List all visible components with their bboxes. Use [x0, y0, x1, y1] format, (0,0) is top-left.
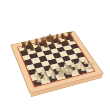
product-photo: ♜♞♝♛♚♝♞♜♟♟♟♟♟♟♟♟♟♟♟♟♟♟♟♟♜♞♝♛♚♝♞♜ [0, 0, 110, 110]
square-g4 [68, 54, 78, 60]
piece-black-rook: ♜ [66, 32, 73, 39]
square-h1: ♜ [84, 66, 94, 73]
square-h5 [72, 48, 81, 54]
chess-board: ♜♞♝♛♚♝♞♜♟♟♟♟♟♟♟♟♟♟♟♟♟♟♟♟♜♞♝♛♚♝♞♜ [10, 31, 104, 94]
